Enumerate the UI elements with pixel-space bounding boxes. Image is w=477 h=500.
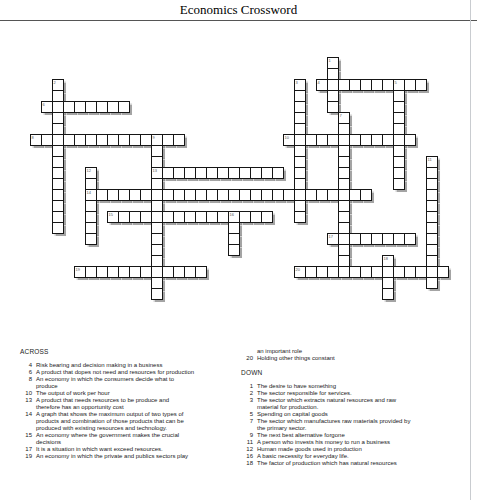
clue-item-number: 11 [241, 439, 257, 446]
grid-cell[interactable] [360, 189, 372, 201]
grid-cell[interactable] [294, 211, 306, 223]
clue-item: 3The sector which extracts natural resou… [241, 397, 469, 411]
clue-item-text: A graph that shows the maximum output of… [36, 411, 244, 432]
grid-cell[interactable] [52, 222, 64, 234]
clue-item-text: Human made goods used in production [257, 446, 469, 453]
clue-item-text: Risk bearing and decision making in a bu… [36, 362, 244, 369]
grid-cell[interactable] [426, 277, 438, 289]
clue-item-number: 10 [20, 390, 36, 397]
clue-item: 16A basic necessity for everyday life. [241, 453, 469, 460]
clue-item: 2The sector responsible for services. [241, 390, 469, 397]
grid-cell[interactable] [272, 167, 284, 179]
grid-cell[interactable] [261, 211, 273, 223]
clue-item-number: 12 [241, 446, 257, 453]
clue-item-text: A person who invests his money to run a … [257, 439, 469, 446]
title-divider [0, 20, 477, 21]
clue-item-text: The desire to have something [257, 383, 469, 390]
clue-item: 11A person who invests his money to run … [241, 439, 469, 446]
clue-item-text: The output of work per hour [36, 390, 244, 397]
grid-cell[interactable] [382, 288, 394, 300]
down-clue-list: an important role 20Holding other things… [241, 348, 469, 467]
clue-item-text: It is a situation in which want exceed r… [36, 446, 244, 453]
clue-item-number: 17 [20, 446, 36, 453]
grid-cell[interactable] [437, 266, 449, 278]
clue-item-number: 4 [20, 362, 36, 369]
grid-cell[interactable] [228, 244, 240, 256]
clue-item-text: The sector which extracts natural resour… [257, 397, 469, 411]
clue-item-text: The next best alternative forgone [257, 432, 469, 439]
clue-item-text: A product that dopes not need and resour… [36, 369, 244, 376]
across-clue-list: ACROSS 4Risk bearing and decision making… [20, 348, 244, 460]
clue-item: 12Human made goods used in production [241, 446, 469, 453]
clue-item-number: 8 [20, 376, 36, 383]
clue-item-number: 19 [20, 453, 36, 460]
clue-item-text: Holding other things constant [257, 355, 469, 362]
clue-item: 15An economy where the government makes … [20, 432, 244, 446]
clue-item-text: Spending on capital goods [257, 411, 469, 418]
grid-cell[interactable] [404, 134, 416, 146]
clue-item: 10The output of work per hour [20, 390, 244, 397]
clue-item-text: A product that needs resources to be pro… [36, 397, 244, 411]
across-header: ACROSS [20, 348, 244, 355]
clue-item: 14A graph that shows the maximum output … [20, 411, 244, 432]
clue-item: 13A product that needs resources to be p… [20, 397, 244, 411]
clue-item: 6A product that dopes not need and resou… [20, 369, 244, 376]
clue-item: 17It is a situation in which want exceed… [20, 446, 244, 453]
clue-item-text: The sector which manufactures raw materi… [257, 418, 469, 432]
clue-item-number: 9 [241, 432, 257, 439]
grid-cell[interactable] [151, 288, 163, 300]
grid-cell[interactable] [118, 101, 130, 113]
clue-item-number: 3 [241, 397, 257, 404]
clue-item-number: 13 [20, 397, 36, 404]
clue-item: 9The next best alternative forgone [241, 432, 469, 439]
clue-item-number: 5 [241, 411, 257, 418]
down-header: DOWN [241, 369, 469, 376]
clue-item: 20Holding other things constant [241, 355, 469, 362]
clue-item-number: 16 [241, 453, 257, 460]
clue-item-text: The sector responsible for services. [257, 390, 469, 397]
grid-cell[interactable] [393, 178, 405, 190]
page-edge-line [470, 0, 471, 500]
grid-cell[interactable] [404, 233, 416, 245]
clue-item-text: An economy in which the private and publ… [36, 453, 244, 460]
grid-cell[interactable] [415, 79, 427, 91]
clue-item-number: 14 [20, 411, 36, 418]
clue-item-text: The factor of production which has natur… [257, 460, 469, 467]
clue-item: 5Spending on capital goods [241, 411, 469, 418]
clue-item-text: A basic necessity for everyday life. [257, 453, 469, 460]
clue-item-text: An economy where the government makes th… [36, 432, 244, 446]
clue-item: 19An economy in which the private and pu… [20, 453, 244, 460]
clue-item-number: 7 [241, 418, 257, 425]
grid-cell[interactable] [173, 134, 185, 146]
clue-item: 8An economy in which the consumers decid… [20, 376, 244, 390]
clue-item-number: 18 [241, 460, 257, 467]
clue-item: 1The desire to have something [241, 383, 469, 390]
clue-item-number: 2 [241, 390, 257, 397]
page-title: Economics Crossword [0, 2, 477, 18]
crossword-page: { "page": { "title": "Economics Crosswor… [0, 0, 477, 500]
clue-item-number: 6 [20, 369, 36, 376]
crossword-grid: 1234567891011121314151617181920 [30, 57, 449, 300]
clue-item: 7The sector which manufactures raw mater… [241, 418, 469, 432]
clue-item: 18The factor of production which has nat… [241, 460, 469, 467]
clue-item-text: An economy in which the consumers decide… [36, 376, 244, 390]
clue-item-number: 20 [241, 355, 257, 362]
grid-cell[interactable] [85, 233, 97, 245]
grid-cell[interactable] [195, 266, 207, 278]
clue-item-number: 15 [20, 432, 36, 439]
clue-item-number: 1 [241, 383, 257, 390]
clue-item: 4Risk bearing and decision making in a b… [20, 362, 244, 369]
across-clue-19-overflow: an important role [241, 348, 469, 355]
